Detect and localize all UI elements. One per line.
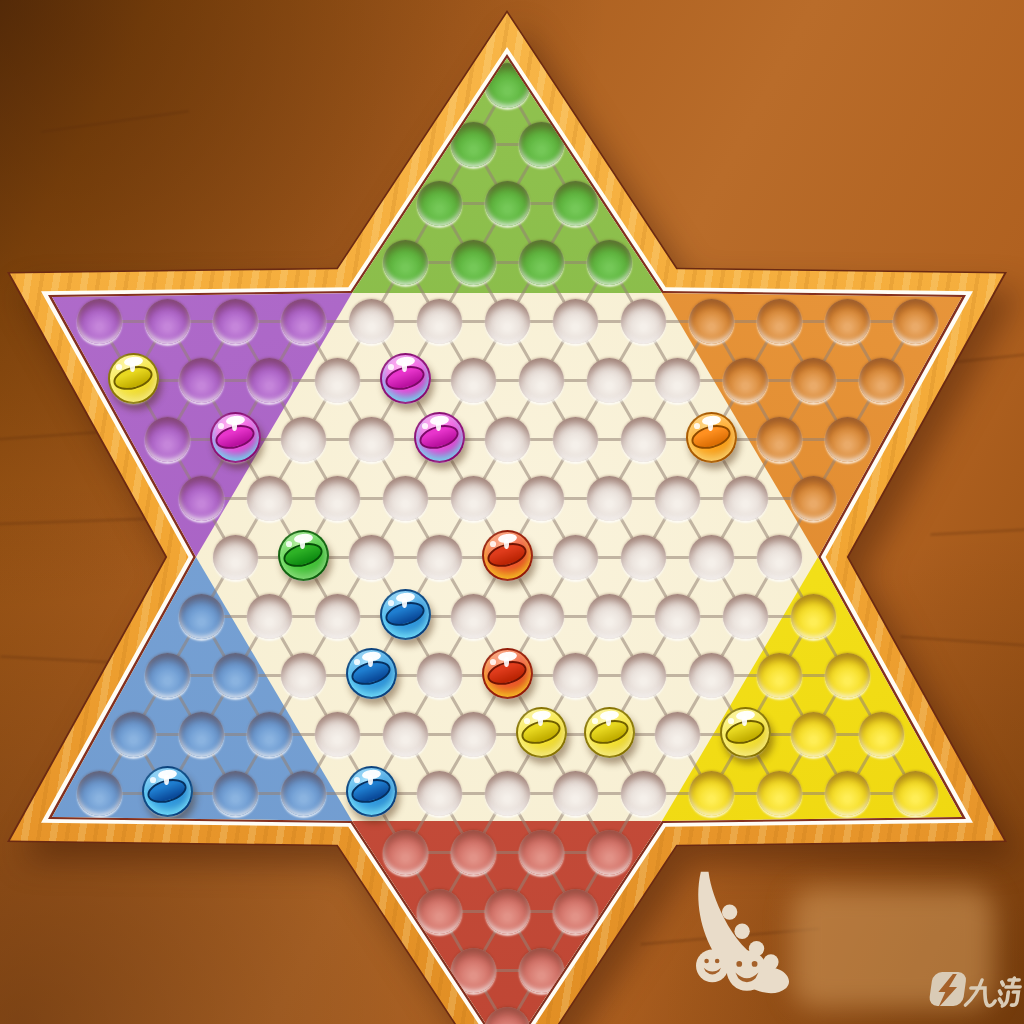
marble-yellow-r12c9[interactable] bbox=[720, 707, 771, 758]
marble-shine bbox=[538, 716, 543, 726]
marble-shine bbox=[422, 423, 429, 429]
hole-r7c3-cream[interactable] bbox=[349, 417, 394, 462]
hole-r6c7-cream[interactable] bbox=[587, 358, 632, 403]
hole-r10c1-cream[interactable] bbox=[247, 594, 292, 639]
hole-r5c7-cream[interactable] bbox=[553, 299, 598, 344]
hole-r3c1-green[interactable] bbox=[485, 181, 530, 226]
marble-shine bbox=[150, 777, 157, 783]
marble-shine bbox=[694, 423, 701, 429]
hole-r13c0-blue[interactable] bbox=[77, 771, 122, 816]
hole-r9c6-cream[interactable] bbox=[621, 535, 666, 580]
hole-r6c10-orange[interactable] bbox=[791, 358, 836, 403]
marble-shine bbox=[368, 657, 373, 667]
hole-r12c3-cream[interactable] bbox=[315, 712, 360, 757]
peapod-watermark-icon bbox=[686, 866, 804, 1010]
hole-r5c3-purple[interactable] bbox=[281, 299, 326, 344]
hole-r5c10-orange[interactable] bbox=[757, 299, 802, 344]
hole-r12c11-yellow[interactable] bbox=[859, 712, 904, 757]
hole-r12c2-blue[interactable] bbox=[247, 712, 292, 757]
hole-r5c2-purple[interactable] bbox=[213, 299, 258, 344]
hole-r7c7-cream[interactable] bbox=[621, 417, 666, 462]
hole-r13c6-cream[interactable] bbox=[485, 771, 530, 816]
marble-shine bbox=[504, 657, 509, 667]
hole-r6c3-cream[interactable] bbox=[315, 358, 360, 403]
chinese-checkers-board bbox=[52, 58, 962, 1024]
marble-shine bbox=[218, 423, 225, 429]
hole-r10c5-cream[interactable] bbox=[519, 594, 564, 639]
marble-shine bbox=[524, 718, 531, 724]
marble-shine bbox=[490, 659, 497, 665]
marble-shine bbox=[354, 659, 361, 665]
hole-r12c10-yellow[interactable] bbox=[791, 712, 836, 757]
hole-r5c8-cream[interactable] bbox=[621, 299, 666, 344]
hole-r8c2-cream[interactable] bbox=[315, 476, 360, 521]
hole-r3c2-green[interactable] bbox=[553, 181, 598, 226]
hole-r13c8-cream[interactable] bbox=[621, 771, 666, 816]
hole-r14c1-red[interactable] bbox=[451, 830, 496, 875]
hole-r10c9-yellow[interactable] bbox=[791, 594, 836, 639]
marble-yellow-r6c0[interactable] bbox=[108, 353, 159, 404]
hole-r11c1-blue[interactable] bbox=[213, 653, 258, 698]
hole-r3c0-green[interactable] bbox=[417, 181, 462, 226]
marble-shine bbox=[354, 777, 361, 783]
marble-red-r11c5[interactable] bbox=[482, 648, 533, 699]
marble-shine bbox=[402, 598, 407, 608]
hole-r10c6-cream[interactable] bbox=[587, 594, 632, 639]
hole-r7c5-cream[interactable] bbox=[485, 417, 530, 462]
hole-r11c8-cream[interactable] bbox=[689, 653, 734, 698]
marble-shine bbox=[388, 364, 395, 370]
hole-r8c8-cream[interactable] bbox=[723, 476, 768, 521]
marble-red-r9c4[interactable] bbox=[482, 530, 533, 581]
hole-r14c3-red[interactable] bbox=[587, 830, 632, 875]
hole-r11c0-blue[interactable] bbox=[145, 653, 190, 698]
hole-r6c11-orange[interactable] bbox=[859, 358, 904, 403]
marble-shine bbox=[116, 364, 123, 370]
marble-blue-r13c1[interactable] bbox=[142, 766, 193, 817]
marble-shine bbox=[130, 362, 135, 372]
hole-r8c4-cream[interactable] bbox=[451, 476, 496, 521]
hole-r11c9-yellow[interactable] bbox=[757, 653, 802, 698]
marble-shine bbox=[368, 775, 373, 785]
hole-r7c10-orange[interactable] bbox=[825, 417, 870, 462]
hole-r7c0-purple[interactable] bbox=[145, 417, 190, 462]
jiuyou-logo: 九游 bbox=[920, 966, 1024, 1022]
hole-r13c12-yellow[interactable] bbox=[893, 771, 938, 816]
marble-shine bbox=[164, 775, 169, 785]
hole-r12c5-cream[interactable] bbox=[451, 712, 496, 757]
hole-r9c2-cream[interactable] bbox=[349, 535, 394, 580]
hole-r5c4-cream[interactable] bbox=[349, 299, 394, 344]
hole-r13c11-yellow[interactable] bbox=[825, 771, 870, 816]
board-stack bbox=[0, 0, 1024, 1024]
hole-r6c5-cream[interactable] bbox=[451, 358, 496, 403]
hole-r7c9-orange[interactable] bbox=[757, 417, 802, 462]
jiuyou-logo-glyphs bbox=[920, 966, 1024, 1022]
hole-r5c5-cream[interactable] bbox=[417, 299, 462, 344]
hole-r11c6-cream[interactable] bbox=[553, 653, 598, 698]
hole-r10c8-cream[interactable] bbox=[723, 594, 768, 639]
marble-yellow-r12c6[interactable] bbox=[516, 707, 567, 758]
hole-r12c0-blue[interactable] bbox=[111, 712, 156, 757]
marble-shine bbox=[300, 539, 305, 549]
marble-green-r9c1[interactable] bbox=[278, 530, 329, 581]
hole-r5c11-orange[interactable] bbox=[825, 299, 870, 344]
marble-shine bbox=[504, 539, 509, 549]
marble-shine bbox=[232, 421, 237, 431]
marble-shine bbox=[592, 718, 599, 724]
marble-shine bbox=[388, 600, 395, 606]
hole-r11c4-cream[interactable] bbox=[417, 653, 462, 698]
hole-r9c8-cream[interactable] bbox=[757, 535, 802, 580]
hole-r5c12-orange[interactable] bbox=[893, 299, 938, 344]
hole-r14c2-red[interactable] bbox=[519, 830, 564, 875]
marble-orange-r7c8[interactable] bbox=[686, 412, 737, 463]
hole-r7c2-cream[interactable] bbox=[281, 417, 326, 462]
hole-r8c9-orange[interactable] bbox=[791, 476, 836, 521]
hole-r9c0-cream[interactable] bbox=[213, 535, 258, 580]
hole-r6c1-purple[interactable] bbox=[179, 358, 224, 403]
marble-shine bbox=[402, 362, 407, 372]
marble-shine bbox=[728, 718, 735, 724]
hole-r8c7-cream[interactable] bbox=[655, 476, 700, 521]
marble-blue-r11c3[interactable] bbox=[346, 648, 397, 699]
hole-r15c1-red[interactable] bbox=[485, 889, 530, 934]
hole-r11c10-yellow[interactable] bbox=[825, 653, 870, 698]
hole-r4c2-green[interactable] bbox=[519, 240, 564, 285]
hole-r9c3-cream[interactable] bbox=[417, 535, 462, 580]
marble-blue-r13c4[interactable] bbox=[346, 766, 397, 817]
hole-r13c5-cream[interactable] bbox=[417, 771, 462, 816]
hole-r10c7-cream[interactable] bbox=[655, 594, 700, 639]
marble-shine bbox=[708, 421, 713, 431]
hole-r7c6-cream[interactable] bbox=[553, 417, 598, 462]
hole-r11c2-cream[interactable] bbox=[281, 653, 326, 698]
hole-r6c2-purple[interactable] bbox=[247, 358, 292, 403]
hole-r14c0-red[interactable] bbox=[383, 830, 428, 875]
hole-r9c5-cream[interactable] bbox=[553, 535, 598, 580]
hole-r13c10-yellow[interactable] bbox=[757, 771, 802, 816]
hole-r5c0-purple[interactable] bbox=[77, 299, 122, 344]
hole-r5c6-cream[interactable] bbox=[485, 299, 530, 344]
marble-magenta-r6c4[interactable] bbox=[380, 353, 431, 404]
hole-r10c4-cream[interactable] bbox=[451, 594, 496, 639]
hole-r12c4-cream[interactable] bbox=[383, 712, 428, 757]
hole-r8c5-cream[interactable] bbox=[519, 476, 564, 521]
hole-r5c1-purple[interactable] bbox=[145, 299, 190, 344]
hole-r4c0-green[interactable] bbox=[383, 240, 428, 285]
hole-r11c7-cream[interactable] bbox=[621, 653, 666, 698]
hole-r4c1-green[interactable] bbox=[451, 240, 496, 285]
hole-r12c1-blue[interactable] bbox=[179, 712, 224, 757]
hole-r4c3-green[interactable] bbox=[587, 240, 632, 285]
hole-r5c9-orange[interactable] bbox=[689, 299, 734, 344]
hole-r8c3-cream[interactable] bbox=[383, 476, 428, 521]
hole-r9c7-cream[interactable] bbox=[689, 535, 734, 580]
hole-r8c6-cream[interactable] bbox=[587, 476, 632, 521]
marble-shine bbox=[436, 421, 441, 431]
hole-r8c1-cream[interactable] bbox=[247, 476, 292, 521]
hole-r10c2-cream[interactable] bbox=[315, 594, 360, 639]
hole-r6c9-orange[interactable] bbox=[723, 358, 768, 403]
marble-shine bbox=[490, 541, 497, 547]
marble-shine bbox=[606, 716, 611, 726]
hole-r12c8-cream[interactable] bbox=[655, 712, 700, 757]
hole-r13c7-cream[interactable] bbox=[553, 771, 598, 816]
hole-r13c3-blue[interactable] bbox=[281, 771, 326, 816]
marble-blue-r10c3[interactable] bbox=[380, 589, 431, 640]
hole-r13c2-blue[interactable] bbox=[213, 771, 258, 816]
marble-shine bbox=[286, 541, 293, 547]
hole-r13c9-yellow[interactable] bbox=[689, 771, 734, 816]
marble-yellow-r12c7[interactable] bbox=[584, 707, 635, 758]
marble-shine bbox=[742, 716, 747, 726]
marble-magenta-r7c4[interactable] bbox=[414, 412, 465, 463]
hole-r6c8-cream[interactable] bbox=[655, 358, 700, 403]
hole-r15c0-red[interactable] bbox=[417, 889, 462, 934]
hole-r6c6-cream[interactable] bbox=[519, 358, 564, 403]
hole-r17c0-red[interactable] bbox=[485, 1007, 530, 1024]
play-layer bbox=[52, 58, 962, 1024]
hole-r10c0-blue[interactable] bbox=[179, 594, 224, 639]
hole-r15c2-red[interactable] bbox=[553, 889, 598, 934]
hole-r8c0-purple[interactable] bbox=[179, 476, 224, 521]
marble-magenta-r7c1[interactable] bbox=[210, 412, 261, 463]
chinese-checkers-screen: 九游 bbox=[0, 0, 1024, 1024]
